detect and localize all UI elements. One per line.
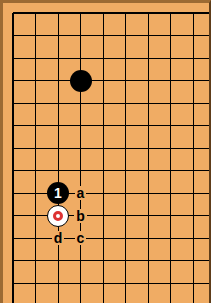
point-label-a: a [75,186,87,200]
move-number: 1 [54,186,62,200]
intersection-6-9 [114,182,137,205]
intersection-9-11 [182,227,205,250]
intersection-9-2 [182,24,205,47]
intersection-9-8 [182,159,205,182]
intersection-8-2 [159,24,182,47]
intersection-3-11: d [47,227,70,250]
intersection-8-13 [159,272,182,295]
board-cutoff-strip [204,69,211,92]
intersection-7-3 [137,47,160,70]
point-label-c: c [75,231,87,245]
intersection-7-6 [137,114,160,137]
intersection-6-5 [114,92,137,115]
intersection-9-1 [182,2,205,25]
intersection-2-2 [24,24,47,47]
intersection-7-9 [137,182,160,205]
board-cutoff-strip [204,137,211,160]
intersection-6-2 [114,24,137,47]
intersection-9-5 [182,92,205,115]
intersection-4-3 [69,47,92,70]
intersection-9-7 [182,137,205,160]
intersection-7-4 [137,69,160,92]
intersection-9-9 [182,182,205,205]
intersection-8-12 [159,249,182,272]
black-stone-move-1: 1 [47,182,69,204]
board-cutoff-strip [204,204,211,227]
intersection-7-1 [137,2,160,25]
intersection-4-12 [69,249,92,272]
intersection-3-4 [47,69,70,92]
intersection-5-1 [92,2,115,25]
intersection-6-8 [114,159,137,182]
intersection-2-3 [24,47,47,70]
intersection-6-6 [114,114,137,137]
intersection-2-1 [24,2,47,25]
board-cutoff-strip [204,47,211,70]
board-cutoff-strip [204,114,211,137]
intersection-7-8 [137,159,160,182]
white-stone-marked [47,205,69,227]
intersection-4-8 [69,159,92,182]
intersection-5-11 [92,227,115,250]
intersection-2-4 [24,69,47,92]
board-cutoff-strip [159,294,182,303]
intersection-3-8 [47,159,70,182]
intersection-7-11 [137,227,160,250]
intersection-1-2 [2,24,25,47]
intersection-6-3 [114,47,137,70]
intersection-9-4 [182,69,205,92]
intersection-7-2 [137,24,160,47]
intersection-2-5 [24,92,47,115]
intersection-5-8 [92,159,115,182]
intersection-4-11: c [69,227,92,250]
intersection-4-2 [69,24,92,47]
intersection-5-5 [92,92,115,115]
intersection-5-6 [92,114,115,137]
intersection-8-5 [159,92,182,115]
board-cutoff-strip [204,294,211,303]
intersection-4-1 [69,2,92,25]
red-circle-marker-icon [53,211,63,221]
intersection-7-13 [137,272,160,295]
intersection-6-12 [114,249,137,272]
intersection-6-10 [114,204,137,227]
intersection-7-10 [137,204,160,227]
intersection-3-2 [47,24,70,47]
go-corner-diagram: 1abdc [0,0,211,303]
intersection-8-11 [159,227,182,250]
intersection-2-6 [24,114,47,137]
intersection-2-9 [24,182,47,205]
intersection-6-1 [114,2,137,25]
intersection-5-12 [92,249,115,272]
board-cutoff-strip [204,182,211,205]
board-cutoff-strip [204,159,211,182]
board-cutoff-strip [92,294,115,303]
intersection-9-6 [182,114,205,137]
intersection-6-7 [114,137,137,160]
board-cutoff-strip [2,294,25,303]
intersection-6-4 [114,69,137,92]
intersection-9-12 [182,249,205,272]
intersection-4-10: b [69,204,92,227]
board-cutoff-strip [204,24,211,47]
intersection-1-1 [2,2,25,25]
intersection-6-11 [114,227,137,250]
intersection-1-7 [2,137,25,160]
intersection-3-6 [47,114,70,137]
intersection-8-8 [159,159,182,182]
intersection-9-10 [182,204,205,227]
intersection-1-13 [2,272,25,295]
intersection-4-6 [69,114,92,137]
intersection-2-8 [24,159,47,182]
board-cutoff-strip [204,227,211,250]
board-cutoff-strip [47,294,70,303]
board-cutoff-strip [204,92,211,115]
intersection-9-13 [182,272,205,295]
intersection-9-3 [182,47,205,70]
intersection-8-3 [159,47,182,70]
intersection-8-7 [159,137,182,160]
intersection-5-9 [92,182,115,205]
intersection-1-10 [2,204,25,227]
intersection-4-7 [69,137,92,160]
board-cutoff-strip [204,272,211,295]
intersection-2-11 [24,227,47,250]
intersection-1-4 [2,69,25,92]
intersection-5-2 [92,24,115,47]
intersection-3-10 [47,204,70,227]
intersection-4-4 [69,69,92,92]
intersection-3-7 [47,137,70,160]
intersection-1-8 [2,159,25,182]
intersection-7-12 [137,249,160,272]
intersection-7-5 [137,92,160,115]
intersection-1-11 [2,227,25,250]
intersection-1-3 [2,47,25,70]
intersection-1-6 [2,114,25,137]
board-cutoff-strip [114,294,137,303]
intersection-1-9 [2,182,25,205]
intersection-5-3 [92,47,115,70]
intersection-3-9: 1 [47,182,70,205]
intersection-8-1 [159,2,182,25]
board-cutoff-strip [204,2,211,25]
intersection-1-5 [2,92,25,115]
intersection-2-7 [24,137,47,160]
board-cutoff-strip [24,294,47,303]
intersection-3-1 [47,2,70,25]
intersection-8-6 [159,114,182,137]
intersection-6-13 [114,272,137,295]
board-cutoff-strip [69,294,92,303]
intersection-3-3 [47,47,70,70]
board-cutoff-strip [182,294,205,303]
intersection-8-9 [159,182,182,205]
intersection-5-10 [92,204,115,227]
intersection-2-13 [24,272,47,295]
intersection-3-12 [47,249,70,272]
intersection-3-5 [47,92,70,115]
intersection-3-13 [47,272,70,295]
point-label-b: b [74,209,87,223]
intersection-8-4 [159,69,182,92]
intersection-7-7 [137,137,160,160]
intersection-2-10 [24,204,47,227]
intersection-4-5 [69,92,92,115]
intersection-2-12 [24,249,47,272]
board-cutoff-strip [204,249,211,272]
intersection-5-4 [92,69,115,92]
intersection-8-10 [159,204,182,227]
point-label-d: d [52,231,65,245]
go-board-grid: 1abdc [2,2,211,303]
black-stone [70,70,92,92]
intersection-4-9: a [69,182,92,205]
board-cutoff-strip [137,294,160,303]
intersection-4-13 [69,272,92,295]
intersection-1-12 [2,249,25,272]
intersection-5-13 [92,272,115,295]
intersection-5-7 [92,137,115,160]
